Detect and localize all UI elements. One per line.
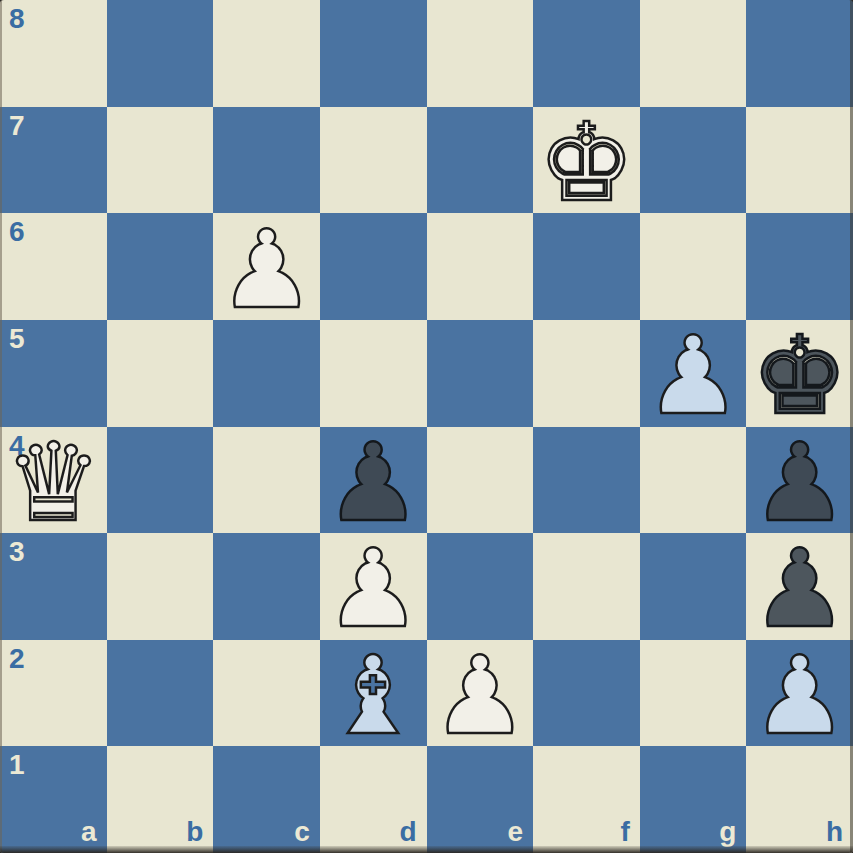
square-f6[interactable] — [533, 213, 640, 320]
square-h4[interactable]: ♟ — [746, 427, 853, 534]
square-a4[interactable]: 4♛ — [0, 427, 107, 534]
square-b2[interactable] — [107, 640, 214, 747]
file-label-e: e — [508, 818, 524, 846]
rank-label-5: 5 — [9, 325, 25, 353]
rank-label-7: 7 — [9, 112, 25, 140]
square-c7[interactable] — [213, 107, 320, 214]
square-e5[interactable] — [427, 320, 534, 427]
square-b8[interactable] — [107, 0, 214, 107]
file-label-g: g — [719, 818, 736, 846]
square-e3[interactable] — [427, 533, 534, 640]
square-h8[interactable] — [746, 0, 853, 107]
white-pawn-d3[interactable]: ♟ — [320, 536, 427, 643]
square-h7[interactable] — [746, 107, 853, 214]
white-pawn-e2[interactable]: ♟ — [427, 643, 534, 750]
square-g3[interactable] — [640, 533, 747, 640]
square-f8[interactable] — [533, 0, 640, 107]
white-pawn-c6[interactable]: ♟ — [213, 216, 320, 323]
white-queen-a4[interactable]: ♛ — [0, 430, 107, 537]
square-d2[interactable]: ♝ — [320, 640, 427, 747]
black-pawn-d4[interactable]: ♟ — [320, 430, 427, 537]
file-label-b: b — [186, 818, 203, 846]
square-f5[interactable] — [533, 320, 640, 427]
white-pawn-g5[interactable]: ♟ — [640, 323, 747, 430]
square-a2[interactable]: 2 — [0, 640, 107, 747]
square-a1[interactable]: 1a — [0, 746, 107, 853]
square-b5[interactable] — [107, 320, 214, 427]
square-g8[interactable] — [640, 0, 747, 107]
square-f3[interactable] — [533, 533, 640, 640]
square-d3[interactable]: ♟ — [320, 533, 427, 640]
square-f4[interactable] — [533, 427, 640, 534]
square-h5[interactable]: ♚ — [746, 320, 853, 427]
square-b1[interactable]: b — [107, 746, 214, 853]
square-c3[interactable] — [213, 533, 320, 640]
square-b4[interactable] — [107, 427, 214, 534]
square-a8[interactable]: 8 — [0, 0, 107, 107]
file-label-h: h — [826, 818, 843, 846]
white-pawn-h2[interactable]: ♟ — [746, 643, 853, 750]
square-f1[interactable]: f — [533, 746, 640, 853]
square-a6[interactable]: 6 — [0, 213, 107, 320]
square-e8[interactable] — [427, 0, 534, 107]
square-c4[interactable] — [213, 427, 320, 534]
square-c6[interactable]: ♟ — [213, 213, 320, 320]
black-pawn-h3[interactable]: ♟ — [746, 536, 853, 643]
square-h6[interactable] — [746, 213, 853, 320]
square-g4[interactable] — [640, 427, 747, 534]
square-h3[interactable]: ♟ — [746, 533, 853, 640]
square-b3[interactable] — [107, 533, 214, 640]
file-label-f: f — [620, 818, 629, 846]
square-g5[interactable]: ♟ — [640, 320, 747, 427]
rank-label-2: 2 — [9, 645, 25, 673]
square-e2[interactable]: ♟ — [427, 640, 534, 747]
square-a3[interactable]: 3 — [0, 533, 107, 640]
file-label-c: c — [294, 818, 310, 846]
square-c2[interactable] — [213, 640, 320, 747]
white-king-f7[interactable]: ♚ — [533, 110, 640, 217]
file-label-d: d — [399, 818, 416, 846]
file-label-a: a — [81, 818, 97, 846]
square-g2[interactable] — [640, 640, 747, 747]
square-c8[interactable] — [213, 0, 320, 107]
square-c1[interactable]: c — [213, 746, 320, 853]
square-e1[interactable]: e — [427, 746, 534, 853]
square-b7[interactable] — [107, 107, 214, 214]
rank-label-6: 6 — [9, 218, 25, 246]
square-e4[interactable] — [427, 427, 534, 534]
square-d4[interactable]: ♟ — [320, 427, 427, 534]
square-d6[interactable] — [320, 213, 427, 320]
square-b6[interactable] — [107, 213, 214, 320]
square-h1[interactable]: h — [746, 746, 853, 853]
rank-label-8: 8 — [9, 5, 25, 33]
chess-board: 87♚6♟5♟♚4♛♟♟3♟♟2♝♟♟1abcdefgh — [0, 0, 853, 853]
square-f2[interactable] — [533, 640, 640, 747]
square-c5[interactable] — [213, 320, 320, 427]
square-d5[interactable] — [320, 320, 427, 427]
white-bishop-d2[interactable]: ♝ — [320, 643, 427, 750]
square-d1[interactable]: d — [320, 746, 427, 853]
square-d8[interactable] — [320, 0, 427, 107]
square-g7[interactable] — [640, 107, 747, 214]
square-f7[interactable]: ♚ — [533, 107, 640, 214]
rank-label-1: 1 — [9, 751, 25, 779]
square-e7[interactable] — [427, 107, 534, 214]
black-king-h5[interactable]: ♚ — [746, 323, 853, 430]
square-a7[interactable]: 7 — [0, 107, 107, 214]
square-a5[interactable]: 5 — [0, 320, 107, 427]
square-g1[interactable]: g — [640, 746, 747, 853]
square-d7[interactable] — [320, 107, 427, 214]
square-e6[interactable] — [427, 213, 534, 320]
black-pawn-h4[interactable]: ♟ — [746, 430, 853, 537]
square-h2[interactable]: ♟ — [746, 640, 853, 747]
square-g6[interactable] — [640, 213, 747, 320]
